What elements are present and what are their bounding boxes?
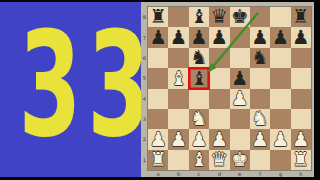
- white-knight-icon: ♞: [251, 109, 268, 129]
- square-h8[interactable]: ♜: [291, 7, 311, 27]
- square-b4[interactable]: [168, 89, 188, 109]
- square-h1[interactable]: ♜: [291, 150, 311, 170]
- square-a1[interactable]: ♜: [148, 150, 168, 170]
- square-a3[interactable]: [148, 109, 168, 129]
- square-h6[interactable]: [291, 48, 311, 68]
- rank-label-8: 8: [141, 7, 148, 27]
- white-queen-icon: ♛: [211, 150, 228, 170]
- file-label-g: g: [270, 171, 290, 178]
- square-e7[interactable]: [230, 27, 250, 47]
- rank-label-6: 6: [141, 48, 148, 68]
- black-queen-icon: ♛: [211, 7, 228, 27]
- square-g6[interactable]: [270, 48, 290, 68]
- square-b8[interactable]: [168, 7, 188, 27]
- square-e1[interactable]: ♚: [230, 150, 250, 170]
- black-pawn-icon: ♟: [190, 28, 207, 48]
- white-pawn-icon: ♟: [272, 130, 289, 150]
- rank-label-5: 5: [141, 68, 148, 88]
- square-d6[interactable]: [209, 48, 229, 68]
- square-d2[interactable]: ♟: [209, 129, 229, 149]
- white-pawn-icon: ♟: [292, 130, 309, 150]
- white-pawn-icon: ♟: [170, 130, 187, 150]
- square-b7[interactable]: ♟: [168, 27, 188, 47]
- black-king-icon: ♚: [231, 7, 248, 27]
- white-pawn-icon: ♟: [149, 130, 166, 150]
- black-pawn-icon: ♟: [272, 28, 289, 48]
- square-h5[interactable]: [291, 68, 311, 88]
- board-squares: ♜♝♛♚♜♟♟♟♟♟♟♟♞♞♝♝♟♟♞♞♟♟♟♟♟♟♟♜♝♛♚♜: [148, 7, 311, 170]
- chess-board: 87654321 abcdefgh ♜♝♛♚♜♟♟♟♟♟♟♟♞♞♝♝♟♟♞♞♟♟…: [141, 2, 314, 177]
- square-a8[interactable]: ♜: [148, 7, 168, 27]
- white-bishop-icon: ♝: [190, 150, 207, 170]
- black-pawn-icon: ♟: [170, 28, 187, 48]
- puzzle-number: 33: [19, 14, 113, 156]
- black-pawn-icon: ♟: [251, 28, 268, 48]
- white-knight-icon: ♞: [190, 109, 207, 129]
- square-f8[interactable]: [250, 7, 270, 27]
- square-f7[interactable]: ♟: [250, 27, 270, 47]
- black-rook-icon: ♜: [149, 7, 166, 27]
- square-f6[interactable]: ♞: [250, 48, 270, 68]
- square-c8[interactable]: ♝: [189, 7, 209, 27]
- square-c2[interactable]: ♟: [189, 129, 209, 149]
- black-pawn-icon: ♟: [231, 69, 248, 89]
- square-e2[interactable]: [230, 129, 250, 149]
- square-e4[interactable]: ♟: [230, 89, 250, 109]
- square-f5[interactable]: [250, 68, 270, 88]
- file-label-c: c: [189, 171, 209, 178]
- black-pawn-icon: ♟: [211, 28, 228, 48]
- black-bishop-icon: ♝: [190, 7, 207, 27]
- square-g3[interactable]: [270, 109, 290, 129]
- square-g2[interactable]: ♟: [270, 129, 290, 149]
- black-pawn-icon: ♟: [292, 28, 309, 48]
- white-pawn-icon: ♟: [251, 130, 268, 150]
- white-rook-icon: ♜: [292, 150, 309, 170]
- square-f3[interactable]: ♞: [250, 109, 270, 129]
- square-h3[interactable]: [291, 109, 311, 129]
- square-d4[interactable]: [209, 89, 229, 109]
- rank-label-3: 3: [141, 109, 148, 129]
- square-a7[interactable]: ♟: [148, 27, 168, 47]
- white-pawn-icon: ♟: [211, 130, 228, 150]
- square-a5[interactable]: [148, 68, 168, 88]
- square-h4[interactable]: [291, 89, 311, 109]
- square-c1[interactable]: ♝: [189, 150, 209, 170]
- square-g7[interactable]: ♟: [270, 27, 290, 47]
- number-panel: 33: [0, 2, 141, 177]
- square-g4[interactable]: [270, 89, 290, 109]
- square-g8[interactable]: [270, 7, 290, 27]
- square-h7[interactable]: ♟: [291, 27, 311, 47]
- rank-label-1: 1: [141, 150, 148, 170]
- rank-labels: 87654321: [141, 7, 148, 170]
- rank-label-2: 2: [141, 129, 148, 149]
- square-b5[interactable]: ♝: [168, 68, 188, 88]
- white-king-icon: ♚: [231, 150, 248, 170]
- square-h2[interactable]: ♟: [291, 129, 311, 149]
- square-c4[interactable]: [189, 89, 209, 109]
- file-label-a: a: [148, 171, 168, 178]
- square-b3[interactable]: [168, 109, 188, 129]
- black-knight-icon: ♞: [251, 48, 268, 68]
- square-b2[interactable]: ♟: [168, 129, 188, 149]
- square-a6[interactable]: [148, 48, 168, 68]
- rank-label-7: 7: [141, 27, 148, 47]
- file-label-b: b: [168, 171, 188, 178]
- square-a2[interactable]: ♟: [148, 129, 168, 149]
- square-d7[interactable]: ♟: [209, 27, 229, 47]
- square-f2[interactable]: ♟: [250, 129, 270, 149]
- square-b1[interactable]: [168, 150, 188, 170]
- square-g1[interactable]: [270, 150, 290, 170]
- black-knight-icon: ♞: [190, 48, 207, 68]
- square-c6[interactable]: ♞: [189, 48, 209, 68]
- file-label-f: f: [250, 171, 270, 178]
- square-e5[interactable]: ♟: [230, 68, 250, 88]
- black-pawn-icon: ♟: [149, 28, 166, 48]
- video-frame: 33 87654321 abcdefgh ♜♝♛♚♜♟♟♟♟♟♟♟♞♞♝♝♟♟♞…: [0, 0, 320, 180]
- black-rook-icon: ♜: [292, 7, 309, 27]
- square-d1[interactable]: ♛: [209, 150, 229, 170]
- square-e6[interactable]: [230, 48, 250, 68]
- square-c7[interactable]: ♟: [189, 27, 209, 47]
- square-g5[interactable]: [270, 68, 290, 88]
- file-label-e: e: [230, 171, 250, 178]
- white-pawn-icon: ♟: [231, 89, 248, 109]
- white-pawn-icon: ♟: [190, 130, 207, 150]
- square-b6[interactable]: [168, 48, 188, 68]
- square-e3[interactable]: [230, 109, 250, 129]
- rank-label-4: 4: [141, 89, 148, 109]
- file-labels: abcdefgh: [148, 171, 311, 178]
- square-c3[interactable]: ♞: [189, 109, 209, 129]
- black-bishop-icon: ♝: [190, 69, 207, 89]
- white-rook-icon: ♜: [149, 150, 166, 170]
- square-d3[interactable]: [209, 109, 229, 129]
- square-a4[interactable]: [148, 89, 168, 109]
- square-e8[interactable]: ♚: [230, 7, 250, 27]
- square-d8[interactable]: ♛: [209, 7, 229, 27]
- square-f1[interactable]: [250, 150, 270, 170]
- white-bishop-icon: ♝: [170, 69, 187, 89]
- file-label-d: d: [209, 171, 229, 178]
- square-f4[interactable]: [250, 89, 270, 109]
- square-c5[interactable]: ♝: [189, 68, 209, 88]
- file-label-h: h: [291, 171, 311, 178]
- square-d5[interactable]: [209, 68, 229, 88]
